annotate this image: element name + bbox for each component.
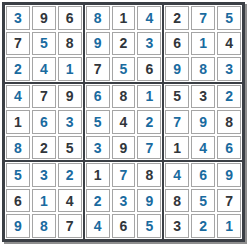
sudoku-box-9: 469857321 — [163, 161, 243, 240]
cell-r7c6[interactable]: 8 — [137, 163, 161, 187]
cell-r1c8[interactable]: 7 — [191, 6, 215, 30]
cell-r9c7[interactable]: 3 — [165, 214, 189, 238]
cell-r5c1[interactable]: 1 — [6, 110, 30, 134]
cell-r8c5[interactable]: 3 — [112, 189, 136, 213]
cell-r6c1[interactable]: 8 — [6, 136, 30, 160]
cell-r8c4[interactable]: 2 — [86, 189, 110, 213]
cell-r6c8[interactable]: 4 — [191, 136, 215, 160]
cell-r7c5[interactable]: 7 — [112, 163, 136, 187]
cell-r7c1[interactable]: 5 — [6, 163, 30, 187]
sudoku-box-6: 532798146 — [163, 83, 243, 162]
cell-r1c9[interactable]: 5 — [217, 6, 241, 30]
cell-r8c3[interactable]: 4 — [58, 189, 82, 213]
cell-r7c4[interactable]: 1 — [86, 163, 110, 187]
cell-r4c6[interactable]: 1 — [137, 85, 161, 109]
cell-r8c1[interactable]: 6 — [6, 189, 30, 213]
cell-r4c7[interactable]: 5 — [165, 85, 189, 109]
cell-r8c7[interactable]: 8 — [165, 189, 189, 213]
cell-r3c2[interactable]: 4 — [32, 57, 56, 81]
cell-r1c6[interactable]: 4 — [137, 6, 161, 30]
sudoku-box-1: 396758241 — [4, 4, 84, 83]
cell-r4c2[interactable]: 7 — [32, 85, 56, 109]
cell-r3c8[interactable]: 8 — [191, 57, 215, 81]
sudoku-box-4: 479163825 — [4, 83, 84, 162]
cell-r4c4[interactable]: 6 — [86, 85, 110, 109]
cell-r3c4[interactable]: 7 — [86, 57, 110, 81]
cell-r6c4[interactable]: 3 — [86, 136, 110, 160]
cell-r3c9[interactable]: 3 — [217, 57, 241, 81]
cell-r3c1[interactable]: 2 — [6, 57, 30, 81]
cell-r8c6[interactable]: 9 — [137, 189, 161, 213]
cell-r2c7[interactable]: 6 — [165, 32, 189, 56]
cell-r2c8[interactable]: 1 — [191, 32, 215, 56]
cell-r9c4[interactable]: 4 — [86, 214, 110, 238]
cell-r5c3[interactable]: 3 — [58, 110, 82, 134]
cell-r1c5[interactable]: 1 — [112, 6, 136, 30]
cell-r2c2[interactable]: 5 — [32, 32, 56, 56]
cell-r6c9[interactable]: 6 — [217, 136, 241, 160]
cell-r6c7[interactable]: 1 — [165, 136, 189, 160]
cell-r9c6[interactable]: 5 — [137, 214, 161, 238]
cell-r9c5[interactable]: 6 — [112, 214, 136, 238]
cell-r2c4[interactable]: 9 — [86, 32, 110, 56]
cell-r2c9[interactable]: 4 — [217, 32, 241, 56]
cell-r7c9[interactable]: 9 — [217, 163, 241, 187]
cell-r6c5[interactable]: 9 — [112, 136, 136, 160]
cell-r5c6[interactable]: 2 — [137, 110, 161, 134]
cell-r1c2[interactable]: 9 — [32, 6, 56, 30]
sudoku-box-8: 178239465 — [84, 161, 164, 240]
cell-r1c4[interactable]: 8 — [86, 6, 110, 30]
cell-r1c1[interactable]: 3 — [6, 6, 30, 30]
cell-r9c9[interactable]: 1 — [217, 214, 241, 238]
cell-r9c3[interactable]: 7 — [58, 214, 82, 238]
cell-r7c7[interactable]: 4 — [165, 163, 189, 187]
cell-r5c2[interactable]: 6 — [32, 110, 56, 134]
sudoku-box-3: 275614983 — [163, 4, 243, 83]
sudoku-box-2: 814923756 — [84, 4, 164, 83]
cell-r8c2[interactable]: 1 — [32, 189, 56, 213]
cell-r3c6[interactable]: 6 — [137, 57, 161, 81]
cell-r8c8[interactable]: 5 — [191, 189, 215, 213]
cell-r6c6[interactable]: 7 — [137, 136, 161, 160]
cell-r4c9[interactable]: 2 — [217, 85, 241, 109]
cell-r3c5[interactable]: 5 — [112, 57, 136, 81]
cell-r1c7[interactable]: 2 — [165, 6, 189, 30]
cell-r4c8[interactable]: 3 — [191, 85, 215, 109]
cell-r9c2[interactable]: 8 — [32, 214, 56, 238]
cell-r5c9[interactable]: 8 — [217, 110, 241, 134]
sudoku-box-5: 681542397 — [84, 83, 164, 162]
sudoku-board: 396758241 814923756 275614983 479163825 … — [2, 2, 245, 242]
cell-r1c3[interactable]: 6 — [58, 6, 82, 30]
cell-r5c5[interactable]: 4 — [112, 110, 136, 134]
sudoku-box-7: 532614987 — [4, 161, 84, 240]
cell-r4c5[interactable]: 8 — [112, 85, 136, 109]
cell-r9c1[interactable]: 9 — [6, 214, 30, 238]
cell-r2c5[interactable]: 2 — [112, 32, 136, 56]
cell-r6c2[interactable]: 2 — [32, 136, 56, 160]
cell-r3c3[interactable]: 1 — [58, 57, 82, 81]
cell-r7c3[interactable]: 2 — [58, 163, 82, 187]
cell-r8c9[interactable]: 7 — [217, 189, 241, 213]
cell-r4c1[interactable]: 4 — [6, 85, 30, 109]
cell-r7c2[interactable]: 3 — [32, 163, 56, 187]
cell-r4c3[interactable]: 9 — [58, 85, 82, 109]
cell-r7c8[interactable]: 6 — [191, 163, 215, 187]
cell-r3c7[interactable]: 9 — [165, 57, 189, 81]
cell-r5c7[interactable]: 7 — [165, 110, 189, 134]
cell-r5c8[interactable]: 9 — [191, 110, 215, 134]
cell-r2c6[interactable]: 3 — [137, 32, 161, 56]
cell-r9c8[interactable]: 2 — [191, 214, 215, 238]
cell-r5c4[interactable]: 5 — [86, 110, 110, 134]
cell-r2c1[interactable]: 7 — [6, 32, 30, 56]
cell-r2c3[interactable]: 8 — [58, 32, 82, 56]
cell-r6c3[interactable]: 5 — [58, 136, 82, 160]
